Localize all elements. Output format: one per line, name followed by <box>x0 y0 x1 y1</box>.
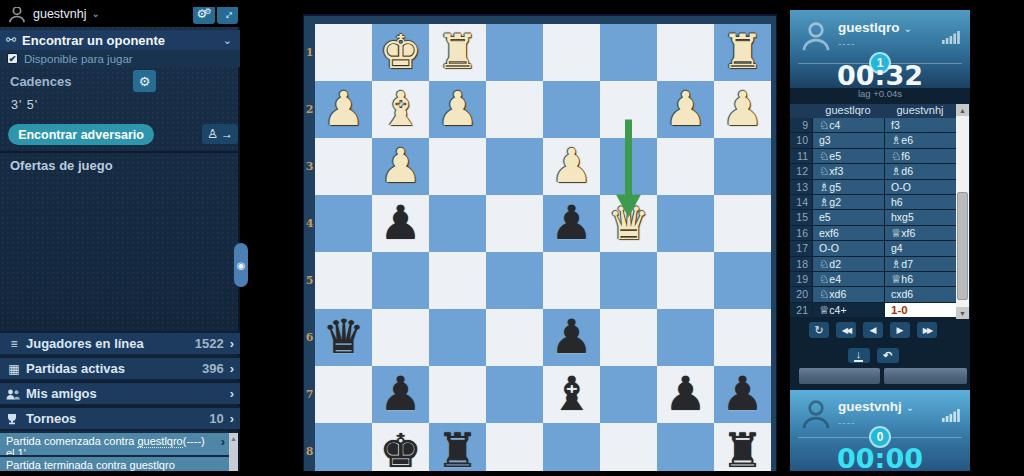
move-number: 15 <box>790 210 812 224</box>
opponent-rating: ---- <box>838 38 855 49</box>
scroll-thumb[interactable] <box>957 192 968 300</box>
signal-bars-icon <box>942 408 960 422</box>
move-number: 13 <box>790 180 812 194</box>
chess-piece-bB[interactable]: ♝ <box>543 366 600 423</box>
step-back-icon: ◀ <box>870 325 877 335</box>
replay-controls: ↻ ◀◀ ◀ ▶ ▶▶ <box>790 322 956 338</box>
move-number: 20 <box>790 287 812 301</box>
move-row: 16exf6♕xf6 <box>790 226 956 240</box>
flip-icon: ↻ <box>814 324 823 337</box>
white-player-column: guestlqro <box>812 104 884 118</box>
chess-board[interactable]: ♚♜♜♟♝♟♟♟♟♟♟♟♛♛♟♟♝♟♟♚♜♜ <box>315 24 771 476</box>
move-number: 18 <box>790 257 812 271</box>
opponent-name[interactable]: guestlqro⌄ <box>838 20 912 35</box>
takeback-button[interactable]: ↶ <box>877 348 899 363</box>
scroll-up-icon: ▲ <box>230 435 237 471</box>
move-cell-white[interactable]: g3 <box>813 133 884 147</box>
counter-label: Torneos <box>26 411 76 426</box>
move-row: 11♘e5♘f6 <box>790 149 956 163</box>
game-result: 1-0 <box>885 303 956 317</box>
list-icon: ≡ <box>6 337 22 351</box>
chess-piece-wP[interactable]: ♟ <box>543 138 600 195</box>
chess-piece-wP[interactable]: ♟ <box>429 81 486 138</box>
rank-label: 7 <box>304 366 315 423</box>
sidebar-item-active-games[interactable]: ▦ Partidas activas 396 › <box>0 356 240 379</box>
collapse-icon: ◉ <box>237 260 246 271</box>
chess-piece-bR[interactable]: ♜ <box>429 423 486 476</box>
move-list[interactable]: 9♘c4f310g3♗e611♘e5♘f612♘xf3♗d613♗g5O-O14… <box>790 118 956 318</box>
trophy-icon <box>6 412 22 425</box>
notification-game-started[interactable]: Partida comenzada contra guestlqro(----)… <box>0 431 229 455</box>
move-number: 10 <box>790 133 812 147</box>
check-icon: ✔ <box>9 54 17 64</box>
move-cell-white[interactable]: ♗g5 <box>813 180 884 194</box>
move-cell-black[interactable]: f3 <box>885 118 956 132</box>
app: guestvnhj ⌄ ⚙⚙ ↔ ⚯ Encontrar un oponente… <box>0 0 1024 476</box>
grid-icon: ▦ <box>6 362 22 376</box>
cadences-label: Cadences <box>10 74 71 89</box>
board-square[interactable] <box>714 309 771 366</box>
counter-value: 10 <box>209 411 223 426</box>
sidebar-item-tournaments[interactable]: Torneos 10 › <box>0 406 240 429</box>
chess-piece-wK[interactable]: ♚ <box>372 24 429 81</box>
board-square[interactable] <box>543 24 600 81</box>
move-cell-white[interactable]: exf6 <box>813 226 884 240</box>
scroll-down-icon[interactable]: ▼ <box>956 307 969 319</box>
lag-indicator: lag +0.04s <box>790 88 970 99</box>
game-panel: guestlqro⌄ ---- 1 00:32 lag +0.04s guest… <box>790 0 970 476</box>
opponent-clock: 00:32 <box>790 60 970 91</box>
top-edge-strip <box>0 0 1024 7</box>
chess-piece-wQ[interactable]: ♛ <box>600 195 657 252</box>
pawn-arrow-icon: ♙ → <box>207 127 233 141</box>
player-rating: ---- <box>838 417 855 428</box>
move-cell-black[interactable]: ♘f6 <box>885 149 956 163</box>
chess-piece-bR[interactable]: ♜ <box>714 423 771 476</box>
download-icon: ↓ <box>854 350 864 362</box>
move-cell-white[interactable]: ♘e5 <box>813 149 884 163</box>
board-square[interactable] <box>486 195 543 252</box>
counter-value: 1522 <box>195 336 224 351</box>
board-square[interactable] <box>657 138 714 195</box>
scroll-up-icon[interactable]: ▲ <box>956 104 969 116</box>
move-cell-black[interactable]: ♗d6 <box>885 164 956 178</box>
step-forward-icon: ▶ <box>897 325 904 335</box>
move-number: 19 <box>790 272 812 286</box>
notification-text: Partida comenzada contra <box>6 435 137 447</box>
divider <box>0 151 240 153</box>
player-name-text: guestvnhj <box>838 399 902 414</box>
previous-move-button[interactable]: ◀ <box>863 322 883 338</box>
chess-piece-wP[interactable]: ♟ <box>657 81 714 138</box>
board-square[interactable] <box>600 24 657 81</box>
counter-label: Partidas activas <box>26 361 125 376</box>
move-number: 17 <box>790 241 812 255</box>
last-move-button[interactable]: ▶▶ <box>917 322 937 338</box>
user-icon <box>798 18 834 54</box>
user-icon <box>798 396 834 432</box>
board-square[interactable] <box>372 309 429 366</box>
time-controls[interactable]: 3' 5' <box>11 98 38 112</box>
notifications-scrollbar[interactable]: ▲ <box>229 433 238 471</box>
play-friend-button[interactable]: ♙ → <box>202 124 238 144</box>
move-number: 12 <box>790 164 812 178</box>
board-square[interactable] <box>714 195 771 252</box>
chess-piece-bK[interactable]: ♚ <box>372 423 429 476</box>
chevron-right-icon: › <box>221 436 225 448</box>
chess-piece-wR[interactable]: ♜ <box>714 24 771 81</box>
rank-label: 2 <box>304 81 315 138</box>
board-square[interactable] <box>714 252 771 309</box>
board-square[interactable] <box>429 309 486 366</box>
download-pgn-button[interactable]: ↓ <box>848 348 870 363</box>
counter-label: Jugadores en línea <box>26 336 144 351</box>
board-square[interactable] <box>429 195 486 252</box>
chess-piece-wP[interactable]: ♟ <box>714 81 771 138</box>
move-row: 10g3♗e6 <box>790 133 956 147</box>
seek-header[interactable]: ⚯ Encontrar un oponente ⌄ <box>0 30 240 50</box>
chevron-down-icon: ⌄ <box>223 34 232 47</box>
rank-label: 3 <box>304 138 315 195</box>
board-square[interactable] <box>600 423 657 476</box>
board-square[interactable] <box>429 252 486 309</box>
move-cell-white[interactable]: ♘xf3 <box>813 164 884 178</box>
board-square[interactable] <box>657 309 714 366</box>
action-slab-left[interactable] <box>799 368 880 384</box>
board-square[interactable] <box>600 309 657 366</box>
chess-piece-bP[interactable]: ♟ <box>372 195 429 252</box>
notification-text: Partida terminada contra <box>6 459 130 471</box>
board-square[interactable] <box>486 81 543 138</box>
board-square[interactable] <box>600 81 657 138</box>
move-cell-white[interactable]: ♘d2 <box>813 257 884 271</box>
chess-piece-bP[interactable]: ♟ <box>543 309 600 366</box>
fast-forward-icon: ▶▶ <box>923 326 931 335</box>
move-cell-white[interactable]: ♘e4 <box>813 272 884 286</box>
game-action-controls: ↓ ↶ <box>790 348 956 363</box>
board-square[interactable] <box>600 138 657 195</box>
board-square[interactable] <box>657 195 714 252</box>
move-cell-black[interactable]: hxg5 <box>885 210 956 224</box>
opponent-link[interactable]: guestlqro <box>137 435 182 448</box>
board-square[interactable] <box>315 366 372 423</box>
board-square[interactable] <box>486 138 543 195</box>
board-square[interactable] <box>600 252 657 309</box>
move-row: 15e5hxg5 <box>790 210 956 224</box>
chevron-down-icon: ⌄ <box>906 402 914 413</box>
action-slab-right[interactable] <box>884 368 967 384</box>
board-square[interactable] <box>315 138 372 195</box>
move-number: 11 <box>790 149 812 163</box>
board-square[interactable] <box>714 138 771 195</box>
chess-piece-bP[interactable]: ♟ <box>714 366 771 423</box>
board-square[interactable] <box>486 366 543 423</box>
rank-label: 6 <box>304 309 315 366</box>
chess-board-frame: 12345678 ♚♜♜♟♝♟♟♟♟♟♟♟♛♛♟♟♝♟♟♚♜♜ <box>303 14 777 476</box>
board-square[interactable] <box>315 195 372 252</box>
board-square[interactable] <box>429 138 486 195</box>
first-move-button[interactable]: ◀◀ <box>836 322 856 338</box>
sidebar-item-players-online[interactable]: ≡ Jugadores en línea 1522 › <box>0 331 240 354</box>
undo-arrow-icon: ↶ <box>883 349 892 362</box>
chevron-down-icon: ⌄ <box>904 23 912 34</box>
board-square[interactable] <box>372 252 429 309</box>
board-square[interactable] <box>600 366 657 423</box>
chevron-right-icon: › <box>230 386 234 401</box>
rewind-icon: ◀◀ <box>842 326 850 335</box>
chess-piece-wP[interactable]: ♟ <box>315 81 372 138</box>
available-label: Disponible para jugar <box>24 53 133 65</box>
rank-label: 1 <box>304 24 315 81</box>
bottom-edge-strip <box>0 471 1024 476</box>
chess-piece-wR[interactable]: ♜ <box>429 24 486 81</box>
move-cell-black[interactable]: h6 <box>885 195 956 209</box>
board-square[interactable] <box>657 423 714 476</box>
move-row: 20♘xd6cxd6 <box>790 287 956 301</box>
chess-piece-bP[interactable]: ♟ <box>657 366 714 423</box>
chess-piece-bP[interactable]: ♟ <box>543 195 600 252</box>
chevron-down-icon: ⌄ <box>92 8 100 19</box>
chess-piece-bQ[interactable]: ♛ <box>315 309 372 366</box>
find-opponent-button[interactable]: Encontrar adversario <box>8 124 154 145</box>
signal-bars-icon <box>942 30 960 44</box>
player-clock: 00:00 <box>790 443 970 474</box>
sidebar-collapse-handle[interactable]: ◉ <box>234 243 248 287</box>
move-row: 12♘xf3♗d6 <box>790 164 956 178</box>
counter-label: Mis amigos <box>26 386 97 401</box>
player-name-text: guestlqro <box>838 20 900 35</box>
sidebar: guestvnhj ⌄ ⚙⚙ ↔ ⚯ Encontrar un oponente… <box>0 0 240 476</box>
board-square[interactable] <box>486 309 543 366</box>
move-number: 9 <box>790 118 812 132</box>
board-square[interactable] <box>543 423 600 476</box>
chevron-right-icon: › <box>230 336 234 351</box>
move-cell-black[interactable]: ♗d7 <box>885 257 956 271</box>
rank-label: 5 <box>304 252 315 309</box>
move-row: 14♗g2h6 <box>790 195 956 209</box>
board-square[interactable] <box>657 24 714 81</box>
move-row: 18♘d2♗d7 <box>790 257 956 271</box>
move-cell-black[interactable]: g4 <box>885 241 956 255</box>
seek-icon: ⚯ <box>6 33 16 47</box>
board-square[interactable] <box>543 252 600 309</box>
rank-label: 4 <box>304 195 315 252</box>
move-cell-black[interactable]: ♕xf6 <box>885 226 956 240</box>
board-square[interactable] <box>543 81 600 138</box>
move-row: 19♘e4♕h6 <box>790 272 956 286</box>
board-square[interactable] <box>429 366 486 423</box>
move-row: 21♕c4+1-0 <box>790 303 956 317</box>
board-square[interactable] <box>486 423 543 476</box>
gear-icon: ⚙ <box>139 74 151 89</box>
game-offers-title: Ofertas de juego <box>10 158 113 173</box>
move-row: 9♘c4f3 <box>790 118 956 132</box>
move-list-scrollbar[interactable]: ▲ ▼ <box>956 104 969 319</box>
gears-icon: ⚙⚙ <box>197 7 212 21</box>
chevron-right-icon: › <box>230 411 234 426</box>
board-square[interactable] <box>315 252 372 309</box>
move-cell-white[interactable]: ♘xd6 <box>813 287 884 301</box>
chevron-right-icon: › <box>230 361 234 376</box>
move-row: 13♗g5O-O <box>790 180 956 194</box>
move-list-header: guestlqro guestvnhj <box>790 104 956 118</box>
username: guestvnhj <box>33 7 87 21</box>
rank-label: 8 <box>304 423 315 476</box>
move-number: 21 <box>790 303 812 317</box>
move-cell-white[interactable]: e5 <box>813 210 884 224</box>
seek-title: Encontrar un oponente <box>22 33 165 48</box>
move-cell-white[interactable]: ♘c4 <box>813 118 884 132</box>
flip-board-button[interactable]: ↻ <box>809 322 829 338</box>
available-row[interactable]: ✔ Disponible para jugar <box>0 50 240 67</box>
player-name[interactable]: guestvnhj⌄ <box>838 399 914 414</box>
black-player-column: guestvnhj <box>884 104 956 118</box>
next-move-button[interactable]: ▶ <box>890 322 910 338</box>
board-square[interactable] <box>486 24 543 81</box>
sidebar-item-my-friends[interactable]: Mis amigos › <box>0 381 240 404</box>
move-cell-black[interactable]: O-O <box>885 180 956 194</box>
board-square[interactable] <box>486 252 543 309</box>
notification-text: (----) <box>183 435 205 447</box>
counter-value: 396 <box>202 361 224 376</box>
move-cell-white[interactable]: O-O <box>813 241 884 255</box>
move-cell-white[interactable]: ♕c4+ <box>813 303 884 317</box>
available-checkbox[interactable]: ✔ <box>7 53 18 64</box>
move-cell-black[interactable]: ♗e6 <box>885 133 956 147</box>
chess-piece-wB[interactable]: ♝ <box>372 81 429 138</box>
move-number: 16 <box>790 226 812 240</box>
chess-piece-wP[interactable]: ♟ <box>372 138 429 195</box>
move-cell-white[interactable]: ♗g2 <box>813 195 884 209</box>
friends-icon <box>6 387 22 400</box>
board-square[interactable] <box>315 24 372 81</box>
chess-piece-bP[interactable]: ♟ <box>372 366 429 423</box>
move-cell-black[interactable]: ♕h6 <box>885 272 956 286</box>
board-square[interactable] <box>657 252 714 309</box>
move-row: 17O-Og4 <box>790 241 956 255</box>
move-number: 14 <box>790 195 812 209</box>
board-square[interactable] <box>315 423 372 476</box>
move-cell-black[interactable]: cxd6 <box>885 287 956 301</box>
cadences-settings-button[interactable]: ⚙ <box>133 70 156 92</box>
